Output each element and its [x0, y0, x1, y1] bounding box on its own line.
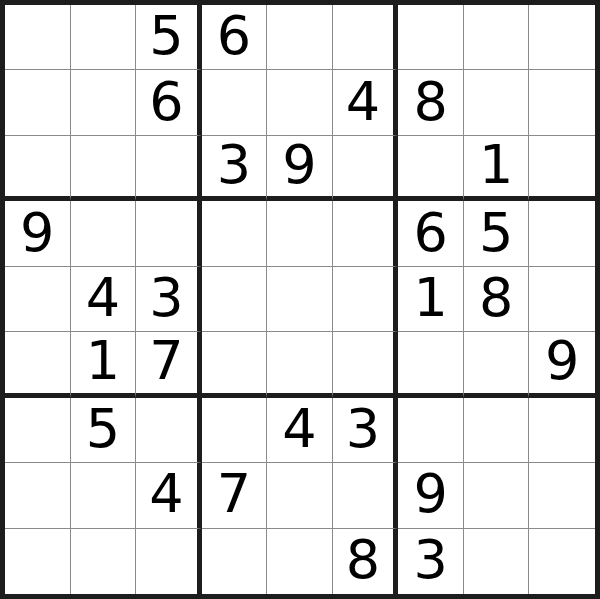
given-digit: 4 — [346, 75, 380, 129]
cell-r6c9[interactable]: 9 — [529, 332, 595, 397]
given-digit: 8 — [413, 75, 447, 129]
cell-r8c2[interactable] — [71, 463, 137, 528]
cell-r6c2[interactable]: 1 — [71, 332, 137, 397]
cell-r8c1[interactable] — [5, 463, 71, 528]
cell-r9c3[interactable] — [136, 529, 202, 594]
sudoku-board: 56648391965431817954347983 — [0, 0, 600, 599]
cell-r3c5[interactable]: 9 — [267, 136, 333, 201]
cell-r1c9[interactable] — [529, 5, 595, 70]
cell-r9c8[interactable] — [464, 529, 530, 594]
cell-r7c3[interactable] — [136, 398, 202, 463]
cell-r6c4[interactable] — [202, 332, 268, 397]
cell-r6c7[interactable] — [398, 332, 464, 397]
cell-r7c6[interactable]: 3 — [333, 398, 399, 463]
cell-r5c9[interactable] — [529, 267, 595, 332]
cell-r5c3[interactable]: 3 — [136, 267, 202, 332]
given-digit: 7 — [149, 334, 183, 388]
cell-r1c8[interactable] — [464, 5, 530, 70]
cell-r4c4[interactable] — [202, 201, 268, 266]
cell-r1c4[interactable]: 6 — [202, 5, 268, 70]
cell-r3c3[interactable] — [136, 136, 202, 201]
cell-r3c7[interactable] — [398, 136, 464, 201]
given-digit: 5 — [86, 402, 120, 456]
cell-r1c6[interactable] — [333, 5, 399, 70]
cell-r9c9[interactable] — [529, 529, 595, 594]
cell-r3c2[interactable] — [71, 136, 137, 201]
given-digit: 9 — [20, 206, 54, 260]
cell-r8c6[interactable] — [333, 463, 399, 528]
cell-r7c1[interactable] — [5, 398, 71, 463]
given-digit: 3 — [346, 402, 380, 456]
cell-r2c6[interactable]: 4 — [333, 70, 399, 135]
cell-r4c7[interactable]: 6 — [398, 201, 464, 266]
cell-r8c3[interactable]: 4 — [136, 463, 202, 528]
cell-r5c1[interactable] — [5, 267, 71, 332]
given-digit: 8 — [346, 533, 380, 587]
cell-r4c1[interactable]: 9 — [5, 201, 71, 266]
cell-r6c3[interactable]: 7 — [136, 332, 202, 397]
cell-r7c8[interactable] — [464, 398, 530, 463]
cell-r2c8[interactable] — [464, 70, 530, 135]
cell-r5c4[interactable] — [202, 267, 268, 332]
cell-r5c5[interactable] — [267, 267, 333, 332]
cell-r8c7[interactable]: 9 — [398, 463, 464, 528]
given-digit: 3 — [413, 533, 447, 587]
cell-r9c5[interactable] — [267, 529, 333, 594]
cell-r1c5[interactable] — [267, 5, 333, 70]
cell-r7c5[interactable]: 4 — [267, 398, 333, 463]
given-digit: 6 — [413, 206, 447, 260]
cell-r4c5[interactable] — [267, 201, 333, 266]
cell-r3c1[interactable] — [5, 136, 71, 201]
given-digit: 9 — [545, 334, 579, 388]
cell-r3c6[interactable] — [333, 136, 399, 201]
cell-r8c4[interactable]: 7 — [202, 463, 268, 528]
cell-r2c9[interactable] — [529, 70, 595, 135]
cell-r7c4[interactable] — [202, 398, 268, 463]
given-digit: 9 — [413, 467, 447, 521]
given-digit: 4 — [282, 402, 316, 456]
cell-r3c9[interactable] — [529, 136, 595, 201]
cell-r1c3[interactable]: 5 — [136, 5, 202, 70]
cell-r9c6[interactable]: 8 — [333, 529, 399, 594]
cell-r3c4[interactable]: 3 — [202, 136, 268, 201]
given-digit: 3 — [149, 271, 183, 325]
given-digit: 6 — [217, 9, 251, 63]
given-digit: 6 — [149, 75, 183, 129]
cell-r1c1[interactable] — [5, 5, 71, 70]
cell-r6c5[interactable] — [267, 332, 333, 397]
cell-r6c6[interactable] — [333, 332, 399, 397]
given-digit: 3 — [217, 138, 251, 192]
cell-r7c9[interactable] — [529, 398, 595, 463]
cell-r2c3[interactable]: 6 — [136, 70, 202, 135]
given-digit: 5 — [479, 206, 513, 260]
cell-r5c8[interactable]: 8 — [464, 267, 530, 332]
cell-r4c9[interactable] — [529, 201, 595, 266]
given-digit: 1 — [86, 334, 120, 388]
cell-r2c2[interactable] — [71, 70, 137, 135]
cell-r8c5[interactable] — [267, 463, 333, 528]
cell-r9c7[interactable]: 3 — [398, 529, 464, 594]
given-digit: 1 — [413, 271, 447, 325]
cell-r2c5[interactable] — [267, 70, 333, 135]
cell-r1c2[interactable] — [71, 5, 137, 70]
given-digit: 1 — [479, 138, 513, 192]
cell-r2c4[interactable] — [202, 70, 268, 135]
cell-r7c7[interactable] — [398, 398, 464, 463]
cell-r8c9[interactable] — [529, 463, 595, 528]
cell-r8c8[interactable] — [464, 463, 530, 528]
given-digit: 4 — [149, 467, 183, 521]
cell-r4c8[interactable]: 5 — [464, 201, 530, 266]
given-digit: 8 — [479, 271, 513, 325]
given-digit: 7 — [217, 467, 251, 521]
cell-r9c1[interactable] — [5, 529, 71, 594]
cell-r2c1[interactable] — [5, 70, 71, 135]
cell-r9c4[interactable] — [202, 529, 268, 594]
cell-r6c1[interactable] — [5, 332, 71, 397]
cell-r4c3[interactable] — [136, 201, 202, 266]
cell-r7c2[interactable]: 5 — [71, 398, 137, 463]
cell-r4c2[interactable] — [71, 201, 137, 266]
given-digit: 5 — [149, 9, 183, 63]
cell-r1c7[interactable] — [398, 5, 464, 70]
given-digit: 9 — [282, 138, 316, 192]
cell-r5c7[interactable]: 1 — [398, 267, 464, 332]
given-digit: 4 — [86, 271, 120, 325]
cell-r9c2[interactable] — [71, 529, 137, 594]
cell-r4c6[interactable] — [333, 201, 399, 266]
cell-r2c7[interactable]: 8 — [398, 70, 464, 135]
cell-r6c8[interactable] — [464, 332, 530, 397]
cell-r5c6[interactable] — [333, 267, 399, 332]
cell-r3c8[interactable]: 1 — [464, 136, 530, 201]
cell-r5c2[interactable]: 4 — [71, 267, 137, 332]
